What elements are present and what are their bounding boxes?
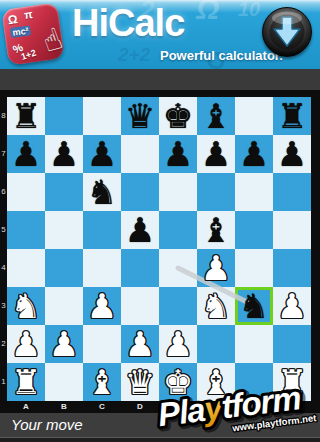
square-f6[interactable] [197, 173, 235, 211]
square-g7[interactable]: ♟ [235, 135, 273, 173]
white-bishop-c1[interactable]: ♝ [83, 363, 121, 401]
black-knight-g3[interactable]: ♞ [235, 287, 273, 325]
square-h3[interactable]: ♟ [273, 287, 311, 325]
rank-label-5: 5 [0, 211, 7, 249]
square-g4[interactable] [235, 249, 273, 287]
math-glyph: 2+2 [118, 44, 150, 66]
file-label-a: A [7, 401, 45, 413]
black-pawn-d5[interactable]: ♟ [121, 211, 159, 249]
square-c6[interactable]: ♞ [83, 173, 121, 211]
white-pawn-e2[interactable]: ♟ [159, 325, 197, 363]
white-pawn-b2[interactable]: ♟ [45, 325, 83, 363]
download-button[interactable] [262, 7, 312, 57]
icon-symbol: π [23, 8, 33, 21]
square-g8[interactable] [235, 97, 273, 135]
square-d3[interactable] [121, 287, 159, 325]
square-c2[interactable] [83, 325, 121, 363]
square-e7[interactable]: ♟ [159, 135, 197, 173]
black-rook-a8[interactable]: ♜ [7, 97, 45, 135]
black-bishop-f8[interactable]: ♝ [197, 97, 235, 135]
square-d7[interactable] [121, 135, 159, 173]
rank-label-1: 1 [0, 363, 7, 401]
playtform-watermark: Playtform Playtform www.playtform.net [148, 386, 320, 442]
rank-label-3: 3 [0, 287, 7, 325]
board-squares: ♜♛♚♝♜♟♟♟♟♟♟♟♞♟♝♟♞♟♞♞♟♟♟♟♟♜♝♛♚♝♜ [7, 97, 311, 401]
square-a1[interactable]: ♜ [7, 363, 45, 401]
black-bishop-f5[interactable]: ♝ [197, 211, 235, 249]
square-b7[interactable]: ♟ [45, 135, 83, 173]
square-b8[interactable] [45, 97, 83, 135]
square-b1[interactable] [45, 363, 83, 401]
square-b2[interactable]: ♟ [45, 325, 83, 363]
black-pawn-g7[interactable]: ♟ [235, 135, 273, 173]
square-e6[interactable] [159, 173, 197, 211]
white-pawn-h3[interactable]: ♟ [273, 287, 311, 325]
black-pawn-e7[interactable]: ♟ [159, 135, 197, 173]
square-f8[interactable]: ♝ [197, 97, 235, 135]
square-e8[interactable]: ♚ [159, 97, 197, 135]
square-h7[interactable]: ♟ [273, 135, 311, 173]
black-pawn-f7[interactable]: ♟ [197, 135, 235, 173]
icon-symbol: Ω [7, 12, 18, 27]
square-e2[interactable]: ♟ [159, 325, 197, 363]
square-d4[interactable] [121, 249, 159, 287]
black-pawn-a7[interactable]: ♟ [7, 135, 45, 173]
square-c8[interactable] [83, 97, 121, 135]
hand-cursor-icon: ☝ [37, 20, 66, 59]
chessboard-frame: 87654321 ♜♛♚♝♜♟♟♟♟♟♟♟♞♟♝♟♞♟♞♞♟♟♟♟♟♜♝♛♚♝♜… [0, 90, 320, 413]
square-c4[interactable] [83, 249, 121, 287]
hicalc-app-icon[interactable]: Ω π mc² % 1+2 ☝ [1, 2, 64, 65]
white-pawn-d2[interactable]: ♟ [121, 325, 159, 363]
square-h4[interactable] [273, 249, 311, 287]
black-pawn-c7[interactable]: ♟ [83, 135, 121, 173]
white-knight-a3[interactable]: ♞ [7, 287, 45, 325]
square-a2[interactable]: ♟ [7, 325, 45, 363]
black-pawn-h7[interactable]: ♟ [273, 135, 311, 173]
square-a7[interactable]: ♟ [7, 135, 45, 173]
square-a4[interactable] [7, 249, 45, 287]
square-c7[interactable]: ♟ [83, 135, 121, 173]
black-queen-d8[interactable]: ♛ [121, 97, 159, 135]
square-b4[interactable] [45, 249, 83, 287]
black-knight-c6[interactable]: ♞ [83, 173, 121, 211]
banner-separator [0, 69, 320, 90]
square-b3[interactable] [45, 287, 83, 325]
square-a3[interactable]: ♞ [7, 287, 45, 325]
square-d8[interactable]: ♛ [121, 97, 159, 135]
rank-label-7: 7 [0, 135, 7, 173]
square-h5[interactable] [273, 211, 311, 249]
white-knight-f3[interactable]: ♞ [197, 287, 235, 325]
white-pawn-a2[interactable]: ♟ [7, 325, 45, 363]
square-f5[interactable]: ♝ [197, 211, 235, 249]
black-king-e8[interactable]: ♚ [159, 97, 197, 135]
square-c1[interactable]: ♝ [83, 363, 121, 401]
square-g5[interactable] [235, 211, 273, 249]
white-pawn-f4[interactable]: ♟ [197, 249, 235, 287]
square-h8[interactable]: ♜ [273, 97, 311, 135]
rank-label-2: 2 [0, 325, 7, 363]
square-d6[interactable] [121, 173, 159, 211]
square-g6[interactable] [235, 173, 273, 211]
square-d2[interactable]: ♟ [121, 325, 159, 363]
download-icon [263, 8, 311, 56]
math-glyph: Ω [196, 0, 219, 26]
square-e3[interactable] [159, 287, 197, 325]
square-f3[interactable]: ♞ [197, 287, 235, 325]
square-a5[interactable] [7, 211, 45, 249]
square-f4[interactable]: ♟ [197, 249, 235, 287]
ad-banner[interactable]: Ωπ2Ω102+2Ω Ω π mc² % 1+2 ☝ HiCalc Powerf… [0, 0, 320, 69]
square-a6[interactable] [7, 173, 45, 211]
square-d5[interactable]: ♟ [121, 211, 159, 249]
square-f2[interactable] [197, 325, 235, 363]
white-rook-a1[interactable]: ♜ [7, 363, 45, 401]
white-pawn-c3[interactable]: ♟ [83, 287, 121, 325]
rank-label-4: 4 [0, 249, 7, 287]
square-e5[interactable] [159, 211, 197, 249]
banner-app-name: HiCalc [72, 2, 184, 45]
square-h2[interactable] [273, 325, 311, 363]
math-glyph: 10 [238, 0, 260, 21]
square-h6[interactable] [273, 173, 311, 211]
square-b5[interactable] [45, 211, 83, 249]
square-f7[interactable]: ♟ [197, 135, 235, 173]
square-e4[interactable] [159, 249, 197, 287]
black-rook-h8[interactable]: ♜ [273, 97, 311, 135]
black-pawn-b7[interactable]: ♟ [45, 135, 83, 173]
square-c3[interactable]: ♟ [83, 287, 121, 325]
rank-label-8: 8 [0, 97, 7, 135]
square-a8[interactable]: ♜ [7, 97, 45, 135]
square-g3[interactable]: ♞ [235, 287, 273, 325]
square-g2[interactable] [235, 325, 273, 363]
square-b6[interactable] [45, 173, 83, 211]
rank-label-6: 6 [0, 173, 7, 211]
square-c5[interactable] [83, 211, 121, 249]
app-screen: Ωπ2Ω102+2Ω Ω π mc² % 1+2 ☝ HiCalc Powerf… [0, 0, 320, 442]
file-label-c: C [83, 401, 121, 413]
icon-symbol: mc² [10, 25, 31, 38]
file-label-b: B [45, 401, 83, 413]
